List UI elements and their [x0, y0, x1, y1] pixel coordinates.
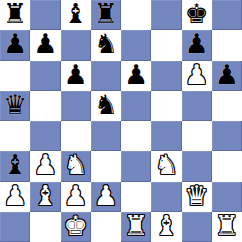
- black-pawn-piece: ♟: [64, 61, 88, 90]
- square-e3[interactable]: [121, 151, 151, 181]
- square-h1[interactable]: ♜: [212, 212, 242, 242]
- square-g6[interactable]: ♟: [182, 61, 212, 91]
- square-h2[interactable]: [212, 182, 242, 212]
- square-b3[interactable]: ♟: [30, 151, 60, 181]
- square-d2[interactable]: ♟: [91, 182, 121, 212]
- square-f7[interactable]: [151, 30, 181, 60]
- white-knight-piece: ♞: [154, 151, 178, 180]
- square-g7[interactable]: ♟: [182, 30, 212, 60]
- square-d7[interactable]: ♞: [91, 30, 121, 60]
- square-a2[interactable]: ♟: [0, 182, 30, 212]
- black-rook-piece: ♜: [3, 0, 27, 29]
- square-f3[interactable]: ♞: [151, 151, 181, 181]
- black-pawn-piece: ♟: [3, 30, 27, 59]
- black-queen-piece: ♛: [3, 91, 27, 120]
- black-bishop-piece: ♝: [64, 0, 88, 29]
- white-rook-piece: ♜: [215, 212, 239, 241]
- square-h4[interactable]: [212, 121, 242, 151]
- black-king-piece: ♚: [185, 0, 209, 29]
- square-h3[interactable]: [212, 151, 242, 181]
- square-a8[interactable]: ♜: [0, 0, 30, 30]
- square-c5[interactable]: [61, 91, 91, 121]
- chess-board: ♜♝♜♚♟♟♞♟♟♟♟♟♛♞♝♟♞♞♟♝♟♟♛♚♜♝♜: [0, 0, 242, 242]
- square-g8[interactable]: ♚: [182, 0, 212, 30]
- square-h7[interactable]: [212, 30, 242, 60]
- white-queen-piece: ♛: [185, 182, 209, 211]
- square-a5[interactable]: ♛: [0, 91, 30, 121]
- square-b5[interactable]: [30, 91, 60, 121]
- square-d6[interactable]: [91, 61, 121, 91]
- square-d4[interactable]: [91, 121, 121, 151]
- square-f6[interactable]: [151, 61, 181, 91]
- square-e4[interactable]: [121, 121, 151, 151]
- white-pawn-piece: ♟: [94, 182, 118, 211]
- square-g1[interactable]: [182, 212, 212, 242]
- white-knight-piece: ♞: [64, 151, 88, 180]
- black-bishop-piece: ♝: [3, 151, 27, 180]
- square-b1[interactable]: [30, 212, 60, 242]
- square-e1[interactable]: ♜: [121, 212, 151, 242]
- black-rook-piece: ♜: [94, 0, 118, 29]
- square-f4[interactable]: [151, 121, 181, 151]
- black-knight-piece: ♞: [94, 91, 118, 120]
- square-c6[interactable]: ♟: [61, 61, 91, 91]
- square-c2[interactable]: ♟: [61, 182, 91, 212]
- black-pawn-piece: ♟: [215, 61, 239, 90]
- black-pawn-piece: ♟: [185, 30, 209, 59]
- black-pawn-piece: ♟: [124, 61, 148, 90]
- square-e2[interactable]: [121, 182, 151, 212]
- square-b4[interactable]: [30, 121, 60, 151]
- square-g5[interactable]: [182, 91, 212, 121]
- square-b8[interactable]: [30, 0, 60, 30]
- square-a6[interactable]: [0, 61, 30, 91]
- square-f8[interactable]: [151, 0, 181, 30]
- square-a1[interactable]: [0, 212, 30, 242]
- square-g2[interactable]: ♛: [182, 182, 212, 212]
- black-knight-piece: ♞: [94, 30, 118, 59]
- white-bishop-piece: ♝: [33, 182, 57, 211]
- square-b6[interactable]: [30, 61, 60, 91]
- square-f1[interactable]: ♝: [151, 212, 181, 242]
- square-f5[interactable]: [151, 91, 181, 121]
- square-d8[interactable]: ♜: [91, 0, 121, 30]
- white-pawn-piece: ♟: [33, 151, 57, 180]
- square-a7[interactable]: ♟: [0, 30, 30, 60]
- square-c8[interactable]: ♝: [61, 0, 91, 30]
- white-king-piece: ♚: [64, 212, 88, 241]
- square-e6[interactable]: ♟: [121, 61, 151, 91]
- square-f2[interactable]: [151, 182, 181, 212]
- square-d1[interactable]: [91, 212, 121, 242]
- square-c1[interactable]: ♚: [61, 212, 91, 242]
- square-h6[interactable]: ♟: [212, 61, 242, 91]
- square-g4[interactable]: [182, 121, 212, 151]
- square-b7[interactable]: ♟: [30, 30, 60, 60]
- white-rook-piece: ♜: [124, 212, 148, 241]
- square-g3[interactable]: [182, 151, 212, 181]
- square-h8[interactable]: [212, 0, 242, 30]
- black-pawn-piece: ♟: [33, 30, 57, 59]
- square-h5[interactable]: [212, 91, 242, 121]
- square-d5[interactable]: ♞: [91, 91, 121, 121]
- square-e5[interactable]: [121, 91, 151, 121]
- square-c7[interactable]: [61, 30, 91, 60]
- square-e8[interactable]: [121, 0, 151, 30]
- square-e7[interactable]: [121, 30, 151, 60]
- square-a4[interactable]: [0, 121, 30, 151]
- square-c3[interactable]: ♞: [61, 151, 91, 181]
- square-b2[interactable]: ♝: [30, 182, 60, 212]
- white-bishop-piece: ♝: [154, 212, 178, 241]
- white-pawn-piece: ♟: [3, 182, 27, 211]
- square-d3[interactable]: [91, 151, 121, 181]
- square-a3[interactable]: ♝: [0, 151, 30, 181]
- white-pawn-piece: ♟: [64, 182, 88, 211]
- square-c4[interactable]: [61, 121, 91, 151]
- white-pawn-piece: ♟: [185, 61, 209, 90]
